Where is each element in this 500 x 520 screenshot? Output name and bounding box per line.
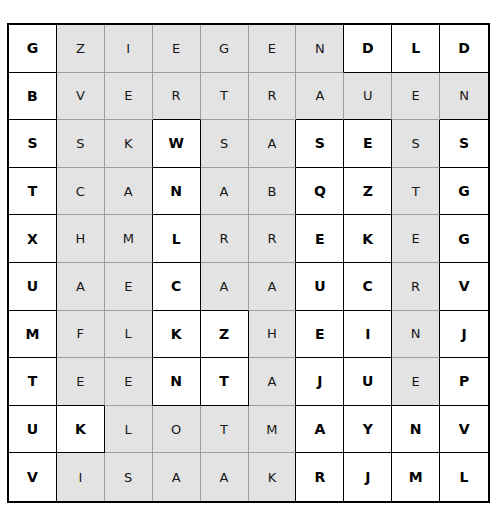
cell-letter: L xyxy=(411,41,420,55)
cell-letter: N xyxy=(410,422,422,436)
grid-cell-r1c7[interactable]: U xyxy=(344,73,392,121)
cell-letter: A xyxy=(267,280,276,293)
cell-letter: E xyxy=(412,232,420,245)
grid-cell-r6c2[interactable]: L xyxy=(105,311,153,359)
cell-letter: A xyxy=(267,375,276,388)
cell-letter: U xyxy=(363,89,373,102)
grid-cell-r3c1[interactable]: C xyxy=(57,168,105,216)
grid-cell-r5c2[interactable]: E xyxy=(105,263,153,311)
cell-letter: E xyxy=(363,136,373,150)
cell-letter: N xyxy=(170,184,182,198)
cell-letter: A xyxy=(124,185,133,198)
grid-cell-r1c3[interactable]: R xyxy=(153,73,201,121)
grid-cell-r4c9[interactable]: G xyxy=(440,215,488,263)
cell-letter: A xyxy=(220,185,229,198)
cell-letter: Z xyxy=(76,42,85,55)
cell-letter: N xyxy=(170,374,182,388)
grid-cell-r4c4[interactable]: R xyxy=(201,215,249,263)
grid-cell-r0c6[interactable]: N xyxy=(296,25,344,73)
cell-letter: N xyxy=(315,42,325,55)
grid-cell-r3c3[interactable]: N xyxy=(153,168,201,216)
grid-cell-r5c5[interactable]: A xyxy=(249,263,297,311)
cell-letter: Y xyxy=(363,422,373,436)
grid-cell-r7c6[interactable]: J xyxy=(296,358,344,406)
cell-letter: A xyxy=(172,471,181,484)
grid-cell-r9c5[interactable]: K xyxy=(249,453,297,501)
cell-letter: A xyxy=(267,137,276,150)
grid-cell-r9c8[interactable]: M xyxy=(392,453,440,501)
grid-cell-r6c5[interactable]: H xyxy=(249,311,297,359)
cell-letter: A xyxy=(76,280,85,293)
cell-letter: S xyxy=(76,137,84,150)
cell-letter: I xyxy=(365,327,370,341)
grid-cell-r1c6[interactable]: A xyxy=(296,73,344,121)
cell-letter: E xyxy=(124,375,132,388)
cell-letter: J xyxy=(365,470,370,484)
grid-cell-r5c0[interactable]: U xyxy=(9,263,57,311)
grid-cell-r1c5[interactable]: R xyxy=(249,73,297,121)
grid-cell-r6c8[interactable]: N xyxy=(392,311,440,359)
grid-cell-r5c8[interactable]: R xyxy=(392,263,440,311)
grid-cell-r2c7[interactable]: E xyxy=(344,120,392,168)
cell-letter: V xyxy=(459,422,470,436)
grid-cell-r1c0[interactable]: B xyxy=(9,73,57,121)
cell-letter: T xyxy=(28,374,38,388)
cell-letter: Z xyxy=(363,184,373,198)
grid-cell-r5c1[interactable]: A xyxy=(57,263,105,311)
cell-letter: D xyxy=(458,41,470,55)
cell-letter: W xyxy=(168,136,183,150)
cell-letter: E xyxy=(315,232,325,246)
grid-cell-r3c2[interactable]: A xyxy=(105,168,153,216)
cell-letter: S xyxy=(459,136,469,150)
cell-letter: Z xyxy=(219,327,229,341)
grid-cell-r2c1[interactable]: S xyxy=(57,120,105,168)
grid-cell-r2c6[interactable]: S xyxy=(296,120,344,168)
grid-cell-r3c0[interactable]: T xyxy=(9,168,57,216)
cell-letter: R xyxy=(267,89,276,102)
cell-letter: A xyxy=(315,89,324,102)
grid-cell-r9c9[interactable]: L xyxy=(440,453,488,501)
cell-letter: C xyxy=(363,279,373,293)
cell-letter: G xyxy=(27,41,39,55)
cell-letter: T xyxy=(28,184,38,198)
grid-cell-r9c6[interactable]: R xyxy=(296,453,344,501)
grid-cell-r1c1[interactable]: V xyxy=(57,73,105,121)
grid-cell-r0c1[interactable]: Z xyxy=(57,25,105,73)
grid-cell-r0c5[interactable]: E xyxy=(249,25,297,73)
cell-letter: L xyxy=(172,232,181,246)
cell-letter: E xyxy=(268,42,276,55)
grid-cell-r4c3[interactable]: L xyxy=(153,215,201,263)
grid-cell-r0c9[interactable]: D xyxy=(440,25,488,73)
grid-cell-r0c3[interactable]: E xyxy=(153,25,201,73)
grid-cell-r8c8[interactable]: N xyxy=(392,406,440,454)
grid-cell-r4c1[interactable]: H xyxy=(57,215,105,263)
grid-cell-r4c7[interactable]: K xyxy=(344,215,392,263)
cell-letter: M xyxy=(25,327,39,341)
grid-cell-r6c9[interactable]: J xyxy=(440,311,488,359)
grid-cell-r9c7[interactable]: J xyxy=(344,453,392,501)
cell-letter: P xyxy=(459,374,469,388)
cell-letter: M xyxy=(123,232,134,245)
grid-cell-r7c2[interactable]: E xyxy=(105,358,153,406)
grid-cell-r7c5[interactable]: A xyxy=(249,358,297,406)
cell-letter: I xyxy=(126,42,130,55)
cell-letter: K xyxy=(362,232,373,246)
grid-cell-r1c9[interactable]: N xyxy=(440,73,488,121)
cell-letter: U xyxy=(27,422,38,436)
cell-letter: V xyxy=(76,89,85,102)
cell-letter: E xyxy=(315,327,325,341)
cell-letter: E xyxy=(172,42,180,55)
cell-letter: L xyxy=(125,327,132,340)
grid-cell-r5c9[interactable]: V xyxy=(440,263,488,311)
grid-cell-r5c7[interactable]: C xyxy=(344,263,392,311)
grid-cell-r2c0[interactable]: S xyxy=(9,120,57,168)
cell-letter: R xyxy=(314,470,325,484)
cell-letter: L xyxy=(125,423,132,436)
cell-letter: C xyxy=(171,279,181,293)
grid-cell-r0c4[interactable]: G xyxy=(201,25,249,73)
cell-letter: J xyxy=(461,327,466,341)
cell-letter: T xyxy=(220,423,228,436)
grid-cell-r6c4[interactable]: Z xyxy=(201,311,249,359)
cell-letter: E xyxy=(124,89,132,102)
cell-letter: S xyxy=(315,136,325,150)
cell-letter: K xyxy=(268,471,277,484)
grid-cell-r7c1[interactable]: E xyxy=(57,358,105,406)
cell-letter: A xyxy=(314,422,325,436)
grid-cell-r4c0[interactable]: X xyxy=(9,215,57,263)
cell-letter: T xyxy=(219,374,229,388)
cell-letter: S xyxy=(27,136,37,150)
cell-letter: V xyxy=(459,279,470,293)
cell-letter: R xyxy=(220,232,229,245)
grid-cell-r3c9[interactable]: G xyxy=(440,168,488,216)
grid-cell-r9c4[interactable]: A xyxy=(201,453,249,501)
cell-letter: E xyxy=(412,375,420,388)
cell-letter: X xyxy=(27,232,38,246)
grid-cell-r7c3[interactable]: N xyxy=(153,358,201,406)
cell-letter: S xyxy=(412,137,420,150)
cell-letter: G xyxy=(458,232,470,246)
word-search-worksheet: GZIEGENDLDBVERTRAUENSSKWSASESSTCANABQZTG… xyxy=(0,0,500,520)
cell-letter: K xyxy=(171,327,182,341)
grid-cell-r3c8[interactable]: T xyxy=(392,168,440,216)
grid-cell-r8c7[interactable]: Y xyxy=(344,406,392,454)
cell-letter: J xyxy=(317,374,322,388)
cell-letter: M xyxy=(409,470,423,484)
cell-letter: D xyxy=(362,41,374,55)
cell-letter: R xyxy=(411,280,420,293)
grid-cell-r6c0[interactable]: M xyxy=(9,311,57,359)
cell-letter: B xyxy=(27,89,38,103)
grid-cell-r2c9[interactable]: S xyxy=(440,120,488,168)
grid-cell-r0c7[interactable]: D xyxy=(344,25,392,73)
grid-cell-r4c5[interactable]: R xyxy=(249,215,297,263)
grid-cell-r8c0[interactable]: U xyxy=(9,406,57,454)
cell-letter: U xyxy=(27,279,38,293)
grid-cell-r7c9[interactable]: P xyxy=(440,358,488,406)
grid-cell-r3c4[interactable]: A xyxy=(201,168,249,216)
grid-cell-r7c4[interactable]: T xyxy=(201,358,249,406)
cell-letter: G xyxy=(458,184,470,198)
grid-cell-r7c7[interactable]: U xyxy=(344,358,392,406)
cell-letter: U xyxy=(314,279,325,293)
cell-letter: N xyxy=(411,327,421,340)
grid-cell-r6c7[interactable]: I xyxy=(344,311,392,359)
grid-cell-r5c3[interactable]: C xyxy=(153,263,201,311)
grid-cell-r0c2[interactable]: I xyxy=(105,25,153,73)
grid-cell-r7c0[interactable]: T xyxy=(9,358,57,406)
cell-letter: K xyxy=(75,422,86,436)
grid-cell-r9c3[interactable]: A xyxy=(153,453,201,501)
grid-cell-r9c1[interactable]: I xyxy=(57,453,105,501)
grid-cell-r9c2[interactable]: S xyxy=(105,453,153,501)
cell-letter: K xyxy=(124,137,133,150)
cell-letter: H xyxy=(267,327,277,340)
grid-cell-r2c5[interactable]: A xyxy=(249,120,297,168)
grid-cell-r4c6[interactable]: E xyxy=(296,215,344,263)
grid-cell-r4c2[interactable]: M xyxy=(105,215,153,263)
cell-letter: H xyxy=(75,232,85,245)
cell-letter: S xyxy=(124,471,132,484)
grid-cell-r2c4[interactable]: S xyxy=(201,120,249,168)
cell-letter: S xyxy=(220,137,228,150)
grid-cell-r1c2[interactable]: E xyxy=(105,73,153,121)
cell-letter: Q xyxy=(314,184,326,198)
grid-cell-r2c3[interactable]: W xyxy=(153,120,201,168)
cell-letter: A xyxy=(220,280,229,293)
grid-cell-r1c4[interactable]: T xyxy=(201,73,249,121)
grid-cell-r8c2[interactable]: L xyxy=(105,406,153,454)
grid-cell-r0c0[interactable]: G xyxy=(9,25,57,73)
cell-letter: E xyxy=(76,375,84,388)
cell-letter: A xyxy=(220,471,229,484)
grid-cell-r4c8[interactable]: E xyxy=(392,215,440,263)
grid-cell-r8c4[interactable]: T xyxy=(201,406,249,454)
cell-letter: E xyxy=(412,89,420,102)
cell-letter: C xyxy=(76,185,85,198)
grid-cell-r1c8[interactable]: E xyxy=(392,73,440,121)
cell-letter: N xyxy=(459,89,469,102)
grid-cell-r8c1[interactable]: K xyxy=(57,406,105,454)
grid-cell-r2c2[interactable]: K xyxy=(105,120,153,168)
cell-letter: T xyxy=(220,89,228,102)
grid-cell-r6c1[interactable]: F xyxy=(57,311,105,359)
grid-cell-r2c8[interactable]: S xyxy=(392,120,440,168)
cell-letter: B xyxy=(267,185,276,198)
grid-cell-r6c3[interactable]: K xyxy=(153,311,201,359)
grid-cell-r3c5[interactable]: B xyxy=(249,168,297,216)
grid-cell-r5c4[interactable]: A xyxy=(201,263,249,311)
cell-letter: I xyxy=(78,471,82,484)
grid-cell-r3c7[interactable]: Z xyxy=(344,168,392,216)
grid-cell-r8c5[interactable]: M xyxy=(249,406,297,454)
word-search-grid: GZIEGENDLDBVERTRAUENSSKWSASESSTCANABQZTG… xyxy=(7,23,490,503)
grid-cell-r7c8[interactable]: E xyxy=(392,358,440,406)
cell-letter: R xyxy=(172,89,181,102)
cell-letter: M xyxy=(266,423,277,436)
grid-cell-r0c8[interactable]: L xyxy=(392,25,440,73)
cell-letter: R xyxy=(267,232,276,245)
grid-cell-r8c3[interactable]: O xyxy=(153,406,201,454)
cell-letter: G xyxy=(219,42,229,55)
cell-letter: F xyxy=(77,327,84,340)
grid-cell-r8c9[interactable]: V xyxy=(440,406,488,454)
cell-letter: T xyxy=(412,185,420,198)
cell-letter: U xyxy=(362,374,373,388)
cell-letter: O xyxy=(171,423,181,436)
grid-cell-r9c0[interactable]: V xyxy=(9,453,57,501)
grid-cell-r3c6[interactable]: Q xyxy=(296,168,344,216)
cell-letter: V xyxy=(27,470,38,484)
grid-cell-r5c6[interactable]: U xyxy=(296,263,344,311)
cell-letter: L xyxy=(460,470,469,484)
cell-letter: E xyxy=(124,280,132,293)
grid-cell-r8c6[interactable]: A xyxy=(296,406,344,454)
grid-cell-r6c6[interactable]: E xyxy=(296,311,344,359)
